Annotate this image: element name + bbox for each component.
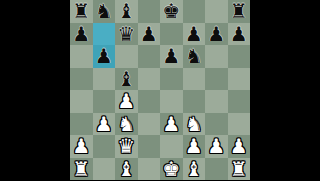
piece-white-pawn: ♟ xyxy=(95,112,113,135)
piece-white-pawn: ♟ xyxy=(117,90,135,113)
square-c4[interactable]: ♟ xyxy=(115,90,138,113)
piece-black-knight: ♞ xyxy=(185,45,203,68)
piece-black-king: ♚ xyxy=(162,0,180,22)
square-h2[interactable]: ♟ xyxy=(228,135,251,158)
square-b8[interactable]: ♞ xyxy=(93,0,116,23)
square-e1[interactable]: ♚ xyxy=(160,158,183,181)
square-e6[interactable]: ♟ xyxy=(160,45,183,68)
piece-black-pawn: ♟ xyxy=(207,22,225,45)
square-e2[interactable] xyxy=(160,135,183,158)
square-g4[interactable] xyxy=(205,90,228,113)
square-a1[interactable]: ♜ xyxy=(70,158,93,181)
square-h8[interactable]: ♜ xyxy=(228,0,251,23)
square-d3[interactable] xyxy=(138,113,161,136)
square-a8[interactable]: ♜ xyxy=(70,0,93,23)
square-e3[interactable]: ♟ xyxy=(160,113,183,136)
square-a4[interactable] xyxy=(70,90,93,113)
square-b7[interactable] xyxy=(93,23,116,46)
piece-white-bishop: ♝ xyxy=(117,157,135,180)
square-f4[interactable] xyxy=(183,90,206,113)
piece-black-bishop: ♝ xyxy=(117,0,135,22)
square-h4[interactable] xyxy=(228,90,251,113)
piece-white-queen: ♛ xyxy=(117,135,135,158)
square-d7[interactable]: ♟ xyxy=(138,23,161,46)
piece-white-pawn: ♟ xyxy=(230,135,248,158)
square-f5[interactable] xyxy=(183,68,206,91)
square-c8[interactable]: ♝ xyxy=(115,0,138,23)
piece-black-pawn: ♟ xyxy=(140,22,158,45)
square-d2[interactable] xyxy=(138,135,161,158)
left-pillarbox-bar xyxy=(0,0,70,180)
piece-black-rook: ♜ xyxy=(72,0,90,22)
square-g7[interactable]: ♟ xyxy=(205,23,228,46)
square-b6[interactable]: ♟ xyxy=(93,45,116,68)
square-e7[interactable] xyxy=(160,23,183,46)
piece-white-pawn: ♟ xyxy=(207,135,225,158)
square-c6[interactable] xyxy=(115,45,138,68)
square-a6[interactable] xyxy=(70,45,93,68)
square-f8[interactable] xyxy=(183,0,206,23)
square-b4[interactable] xyxy=(93,90,116,113)
square-f1[interactable]: ♝ xyxy=(183,158,206,181)
piece-white-knight: ♞ xyxy=(185,112,203,135)
square-c5[interactable]: ♝ xyxy=(115,68,138,91)
square-e5[interactable] xyxy=(160,68,183,91)
piece-black-rook: ♜ xyxy=(230,0,248,22)
piece-black-pawn: ♟ xyxy=(95,45,113,68)
square-d6[interactable] xyxy=(138,45,161,68)
square-c2[interactable]: ♛ xyxy=(115,135,138,158)
square-a2[interactable]: ♟ xyxy=(70,135,93,158)
square-g6[interactable] xyxy=(205,45,228,68)
square-a5[interactable] xyxy=(70,68,93,91)
square-h6[interactable] xyxy=(228,45,251,68)
piece-black-queen: ♛ xyxy=(117,22,135,45)
square-c7[interactable]: ♛ xyxy=(115,23,138,46)
piece-black-pawn: ♟ xyxy=(72,22,90,45)
square-e8[interactable]: ♚ xyxy=(160,0,183,23)
square-f3[interactable]: ♞ xyxy=(183,113,206,136)
square-d8[interactable] xyxy=(138,0,161,23)
piece-white-bishop: ♝ xyxy=(185,157,203,180)
piece-black-pawn: ♟ xyxy=(230,22,248,45)
square-h3[interactable] xyxy=(228,113,251,136)
square-b3[interactable]: ♟ xyxy=(93,113,116,136)
square-e4[interactable] xyxy=(160,90,183,113)
square-h1[interactable]: ♜ xyxy=(228,158,251,181)
piece-white-rook: ♜ xyxy=(230,157,248,180)
piece-black-bishop: ♝ xyxy=(117,67,135,90)
square-d4[interactable] xyxy=(138,90,161,113)
piece-white-king: ♚ xyxy=(162,157,180,180)
piece-white-knight: ♞ xyxy=(117,112,135,135)
square-g2[interactable]: ♟ xyxy=(205,135,228,158)
piece-white-rook: ♜ xyxy=(72,157,90,180)
square-c3[interactable]: ♞ xyxy=(115,113,138,136)
piece-black-pawn: ♟ xyxy=(162,45,180,68)
square-g3[interactable] xyxy=(205,113,228,136)
square-b2[interactable] xyxy=(93,135,116,158)
square-b5[interactable] xyxy=(93,68,116,91)
square-b1[interactable] xyxy=(93,158,116,181)
piece-white-pawn: ♟ xyxy=(162,112,180,135)
square-f7[interactable]: ♟ xyxy=(183,23,206,46)
square-d1[interactable] xyxy=(138,158,161,181)
square-h7[interactable]: ♟ xyxy=(228,23,251,46)
square-a7[interactable]: ♟ xyxy=(70,23,93,46)
right-pillarbox-bar xyxy=(250,0,320,180)
square-c1[interactable]: ♝ xyxy=(115,158,138,181)
square-f6[interactable]: ♞ xyxy=(183,45,206,68)
square-f2[interactable]: ♟ xyxy=(183,135,206,158)
piece-black-knight: ♞ xyxy=(95,0,113,22)
square-g5[interactable] xyxy=(205,68,228,91)
square-g1[interactable] xyxy=(205,158,228,181)
piece-black-pawn: ♟ xyxy=(185,22,203,45)
video-frame: ♜♞♝♚♜♟♛♟♟♟♟♟♟♞♝♟♟♞♟♞♟♛♟♟♟♜♝♚♝♜ xyxy=(0,0,320,180)
square-g8[interactable] xyxy=(205,0,228,23)
square-h5[interactable] xyxy=(228,68,251,91)
square-a3[interactable] xyxy=(70,113,93,136)
square-d5[interactable] xyxy=(138,68,161,91)
chess-board: ♜♞♝♚♜♟♛♟♟♟♟♟♟♞♝♟♟♞♟♞♟♛♟♟♟♜♝♚♝♜ xyxy=(70,0,250,180)
piece-white-pawn: ♟ xyxy=(185,135,203,158)
piece-white-pawn: ♟ xyxy=(72,135,90,158)
